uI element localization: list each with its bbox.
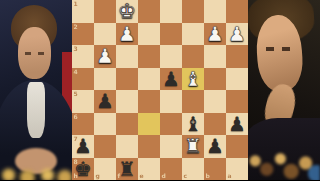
- square-a8[interactable]: a: [226, 158, 248, 181]
- player-photo-right-karjakin: [248, 0, 320, 180]
- file-label-b: b: [206, 173, 210, 179]
- rank-label-8: 8: [74, 159, 78, 165]
- square-d3[interactable]: [160, 45, 182, 68]
- square-e2[interactable]: [138, 23, 160, 46]
- rank-label-1: 1: [74, 1, 78, 7]
- square-e1[interactable]: [138, 0, 160, 23]
- square-g4[interactable]: [94, 68, 116, 91]
- square-b6[interactable]: [204, 113, 226, 136]
- carlsen-eyes: [25, 52, 45, 55]
- square-f1[interactable]: ♚: [116, 0, 138, 23]
- square-b8[interactable]: b: [204, 158, 226, 181]
- square-c8[interactable]: c: [182, 158, 204, 181]
- carlsen-shirt: [27, 82, 45, 138]
- square-h4[interactable]: 4: [72, 68, 94, 91]
- white-pawn-f2: ♟: [118, 23, 136, 45]
- square-e7[interactable]: [138, 135, 160, 158]
- square-g3[interactable]: ♟: [94, 45, 116, 68]
- square-g5[interactable]: ♟: [94, 90, 116, 113]
- player-photo-left-carlsen: [0, 0, 72, 180]
- rank-label-4: 4: [74, 69, 78, 75]
- square-h3[interactable]: 3: [72, 45, 94, 68]
- chess-video-thumbnail: 1♚2♟♟♟3♟4♟♝5♟6♝♟♟7♜♟♚8hg♜fedcba: [0, 0, 320, 180]
- square-f6[interactable]: [116, 113, 138, 136]
- wooden-chess-pieces-blur: [248, 142, 320, 180]
- file-label-h: h: [74, 173, 78, 179]
- square-d1[interactable]: [160, 0, 182, 23]
- square-c2[interactable]: [182, 23, 204, 46]
- square-c3[interactable]: [182, 45, 204, 68]
- white-bishop-c4: ♝: [184, 68, 202, 90]
- square-d4[interactable]: ♟: [160, 68, 182, 91]
- square-b3[interactable]: [204, 45, 226, 68]
- square-h2[interactable]: 2: [72, 23, 94, 46]
- black-pawn-d4: ♟: [162, 68, 180, 90]
- square-h6[interactable]: 6: [72, 113, 94, 136]
- square-a6[interactable]: ♟: [226, 113, 248, 136]
- square-b4[interactable]: [204, 68, 226, 91]
- square-a5[interactable]: [226, 90, 248, 113]
- white-pawn-b2: ♟: [206, 23, 224, 45]
- square-d6[interactable]: [160, 113, 182, 136]
- square-e8[interactable]: e: [138, 158, 160, 181]
- square-d8[interactable]: d: [160, 158, 182, 181]
- square-a3[interactable]: [226, 45, 248, 68]
- square-h5[interactable]: 5: [72, 90, 94, 113]
- square-d5[interactable]: [160, 90, 182, 113]
- square-c4[interactable]: ♝: [182, 68, 204, 91]
- rank-label-3: 3: [74, 46, 78, 52]
- square-b7[interactable]: ♟: [204, 135, 226, 158]
- gold-chess-pieces-blur: [0, 162, 72, 180]
- black-rook-f8: ♜: [118, 158, 136, 180]
- square-e6[interactable]: [138, 113, 160, 136]
- black-pawn-g5: ♟: [96, 90, 114, 112]
- white-pawn-g3: ♟: [96, 45, 114, 67]
- square-a7[interactable]: [226, 135, 248, 158]
- square-d7[interactable]: [160, 135, 182, 158]
- file-label-g: g: [96, 173, 100, 179]
- rank-label-2: 2: [74, 24, 78, 30]
- square-f8[interactable]: ♜f: [116, 158, 138, 181]
- square-a4[interactable]: [226, 68, 248, 91]
- square-h1[interactable]: 1: [72, 0, 94, 23]
- square-e3[interactable]: [138, 45, 160, 68]
- square-e4[interactable]: [138, 68, 160, 91]
- chess-board: 1♚2♟♟♟3♟4♟♝5♟6♝♟♟7♜♟♚8hg♜fedcba: [72, 0, 248, 180]
- karjakin-eyes: [266, 47, 292, 51]
- square-f5[interactable]: [116, 90, 138, 113]
- rank-label-7: 7: [74, 136, 78, 142]
- square-a1[interactable]: [226, 0, 248, 23]
- file-label-e: e: [140, 173, 144, 179]
- square-f7[interactable]: [116, 135, 138, 158]
- square-g2[interactable]: [94, 23, 116, 46]
- square-c6[interactable]: ♝: [182, 113, 204, 136]
- square-c5[interactable]: [182, 90, 204, 113]
- square-c7[interactable]: ♜: [182, 135, 204, 158]
- square-h8[interactable]: ♚8h: [72, 158, 94, 181]
- rank-label-5: 5: [74, 91, 78, 97]
- black-bishop-c6: ♝: [184, 113, 202, 135]
- square-g8[interactable]: g: [94, 158, 116, 181]
- square-h7[interactable]: ♟7: [72, 135, 94, 158]
- white-pawn-a2: ♟: [228, 23, 246, 45]
- black-pawn-a6: ♟: [228, 113, 246, 135]
- file-label-a: a: [228, 173, 232, 179]
- rank-label-6: 6: [74, 114, 78, 120]
- square-g7[interactable]: [94, 135, 116, 158]
- black-pawn-b7: ♟: [206, 135, 224, 157]
- square-b2[interactable]: ♟: [204, 23, 226, 46]
- square-b5[interactable]: [204, 90, 226, 113]
- square-a2[interactable]: ♟: [226, 23, 248, 46]
- square-g1[interactable]: [94, 0, 116, 23]
- white-king-f1: ♚: [118, 0, 136, 22]
- file-label-d: d: [162, 173, 166, 179]
- white-rook-c7: ♜: [184, 135, 202, 157]
- square-g6[interactable]: [94, 113, 116, 136]
- square-d2[interactable]: [160, 23, 182, 46]
- square-f4[interactable]: [116, 68, 138, 91]
- file-label-f: f: [118, 173, 121, 179]
- file-label-c: c: [184, 173, 188, 179]
- square-c1[interactable]: [182, 0, 204, 23]
- square-b1[interactable]: [204, 0, 226, 23]
- square-e5[interactable]: [138, 90, 160, 113]
- square-f2[interactable]: ♟: [116, 23, 138, 46]
- square-f3[interactable]: [116, 45, 138, 68]
